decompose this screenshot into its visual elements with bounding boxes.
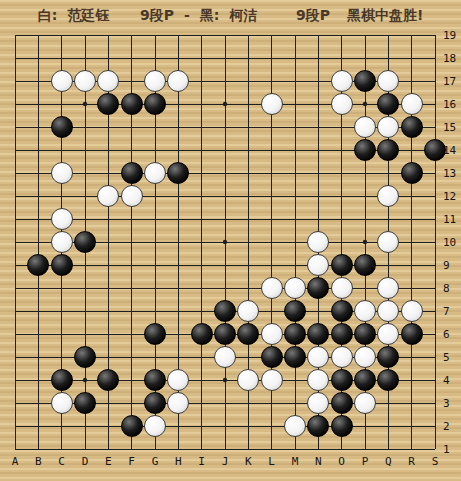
- column-label-E: E: [98, 455, 118, 468]
- star-point-J16: [223, 102, 227, 106]
- column-label-P: P: [355, 455, 375, 468]
- stone-white-M8[interactable]: [284, 277, 306, 299]
- stone-black-D10[interactable]: [74, 231, 96, 253]
- stone-white-J5[interactable]: [214, 346, 236, 368]
- stone-black-C4[interactable]: [51, 369, 73, 391]
- stone-white-P5[interactable]: [354, 346, 376, 368]
- row-label-2: 2: [443, 420, 461, 433]
- stone-black-M5[interactable]: [284, 346, 306, 368]
- stone-black-M6[interactable]: [284, 323, 306, 345]
- column-label-O: O: [332, 455, 352, 468]
- stone-white-G2[interactable]: [144, 415, 166, 437]
- row-label-10: 10: [443, 236, 461, 249]
- stone-white-L8[interactable]: [261, 277, 283, 299]
- star-point-J4: [223, 378, 227, 382]
- column-label-R: R: [402, 455, 422, 468]
- stone-black-O9[interactable]: [331, 254, 353, 276]
- column-label-G: G: [145, 455, 165, 468]
- column-label-Q: Q: [378, 455, 398, 468]
- row-label-17: 17: [443, 75, 461, 88]
- stone-black-P14[interactable]: [354, 139, 376, 161]
- stone-black-I6[interactable]: [191, 323, 213, 345]
- stone-white-D17[interactable]: [74, 70, 96, 92]
- stone-black-F2[interactable]: [121, 415, 143, 437]
- stone-white-C17[interactable]: [51, 70, 73, 92]
- stone-white-P3[interactable]: [354, 392, 376, 414]
- row-label-14: 14: [443, 144, 461, 157]
- row-label-4: 4: [443, 374, 461, 387]
- column-label-M: M: [285, 455, 305, 468]
- stone-black-R13[interactable]: [401, 162, 423, 184]
- stone-white-R16[interactable]: [401, 93, 423, 115]
- column-label-H: H: [168, 455, 188, 468]
- stone-white-M2[interactable]: [284, 415, 306, 437]
- stone-black-R6[interactable]: [401, 323, 423, 345]
- stone-white-G17[interactable]: [144, 70, 166, 92]
- column-label-F: F: [122, 455, 142, 468]
- stone-black-F13[interactable]: [121, 162, 143, 184]
- go-board[interactable]: ABCDEFGHIJKLMNOPQRS191817161514131211109…: [0, 0, 461, 481]
- row-label-16: 16: [443, 98, 461, 111]
- row-label-19: 19: [443, 29, 461, 42]
- star-point-J10: [223, 240, 227, 244]
- stone-black-J7[interactable]: [214, 300, 236, 322]
- stone-white-F12[interactable]: [121, 185, 143, 207]
- row-label-9: 9: [443, 259, 461, 272]
- column-label-B: B: [28, 455, 48, 468]
- stone-white-P15[interactable]: [354, 116, 376, 138]
- stone-black-O2[interactable]: [331, 415, 353, 437]
- row-label-18: 18: [443, 52, 461, 65]
- stone-white-L4[interactable]: [261, 369, 283, 391]
- stone-white-O16[interactable]: [331, 93, 353, 115]
- stone-black-D3[interactable]: [74, 392, 96, 414]
- star-point-P10: [363, 240, 367, 244]
- row-label-1: 1: [443, 443, 461, 456]
- column-label-N: N: [308, 455, 328, 468]
- stone-black-C15[interactable]: [51, 116, 73, 138]
- stone-black-P9[interactable]: [354, 254, 376, 276]
- stone-black-P4[interactable]: [354, 369, 376, 391]
- stone-white-R7[interactable]: [401, 300, 423, 322]
- column-label-D: D: [75, 455, 95, 468]
- column-label-I: I: [192, 455, 212, 468]
- star-point-P16: [363, 102, 367, 106]
- stone-white-P7[interactable]: [354, 300, 376, 322]
- stone-white-O8[interactable]: [331, 277, 353, 299]
- stone-black-L5[interactable]: [261, 346, 283, 368]
- row-label-5: 5: [443, 351, 461, 364]
- column-label-A: A: [5, 455, 25, 468]
- stone-black-G4[interactable]: [144, 369, 166, 391]
- stone-white-O5[interactable]: [331, 346, 353, 368]
- stone-black-O7[interactable]: [331, 300, 353, 322]
- row-label-6: 6: [443, 328, 461, 341]
- stone-black-C9[interactable]: [51, 254, 73, 276]
- star-point-D4: [83, 378, 87, 382]
- stone-black-P17[interactable]: [354, 70, 376, 92]
- stone-black-G16[interactable]: [144, 93, 166, 115]
- stone-white-C13[interactable]: [51, 162, 73, 184]
- stone-black-D5[interactable]: [74, 346, 96, 368]
- stone-white-L6[interactable]: [261, 323, 283, 345]
- stone-white-C11[interactable]: [51, 208, 73, 230]
- column-label-K: K: [238, 455, 258, 468]
- row-label-11: 11: [443, 213, 461, 226]
- stone-black-P6[interactable]: [354, 323, 376, 345]
- stone-black-G3[interactable]: [144, 392, 166, 414]
- star-point-D16: [83, 102, 87, 106]
- column-label-S: S: [425, 455, 445, 468]
- stone-black-R15[interactable]: [401, 116, 423, 138]
- stone-black-F16[interactable]: [121, 93, 143, 115]
- stone-white-O17[interactable]: [331, 70, 353, 92]
- stone-black-O4[interactable]: [331, 369, 353, 391]
- column-label-C: C: [52, 455, 72, 468]
- row-label-8: 8: [443, 282, 461, 295]
- stone-white-C10[interactable]: [51, 231, 73, 253]
- stone-white-C3[interactable]: [51, 392, 73, 414]
- stone-black-G6[interactable]: [144, 323, 166, 345]
- row-label-13: 13: [443, 167, 461, 180]
- stone-white-L16[interactable]: [261, 93, 283, 115]
- stone-white-G13[interactable]: [144, 162, 166, 184]
- column-label-J: J: [215, 455, 235, 468]
- row-label-15: 15: [443, 121, 461, 134]
- stone-black-O3[interactable]: [331, 392, 353, 414]
- stone-black-O6[interactable]: [331, 323, 353, 345]
- stone-black-J6[interactable]: [214, 323, 236, 345]
- stone-black-M7[interactable]: [284, 300, 306, 322]
- column-label-L: L: [262, 455, 282, 468]
- row-label-3: 3: [443, 397, 461, 410]
- row-label-12: 12: [443, 190, 461, 203]
- go-game-viewer: 白: 范廷钰 9段P - 黑: 柯洁 9段P 黑棋中盘胜! ABCDEFGHIJ…: [0, 0, 461, 481]
- row-label-7: 7: [443, 305, 461, 318]
